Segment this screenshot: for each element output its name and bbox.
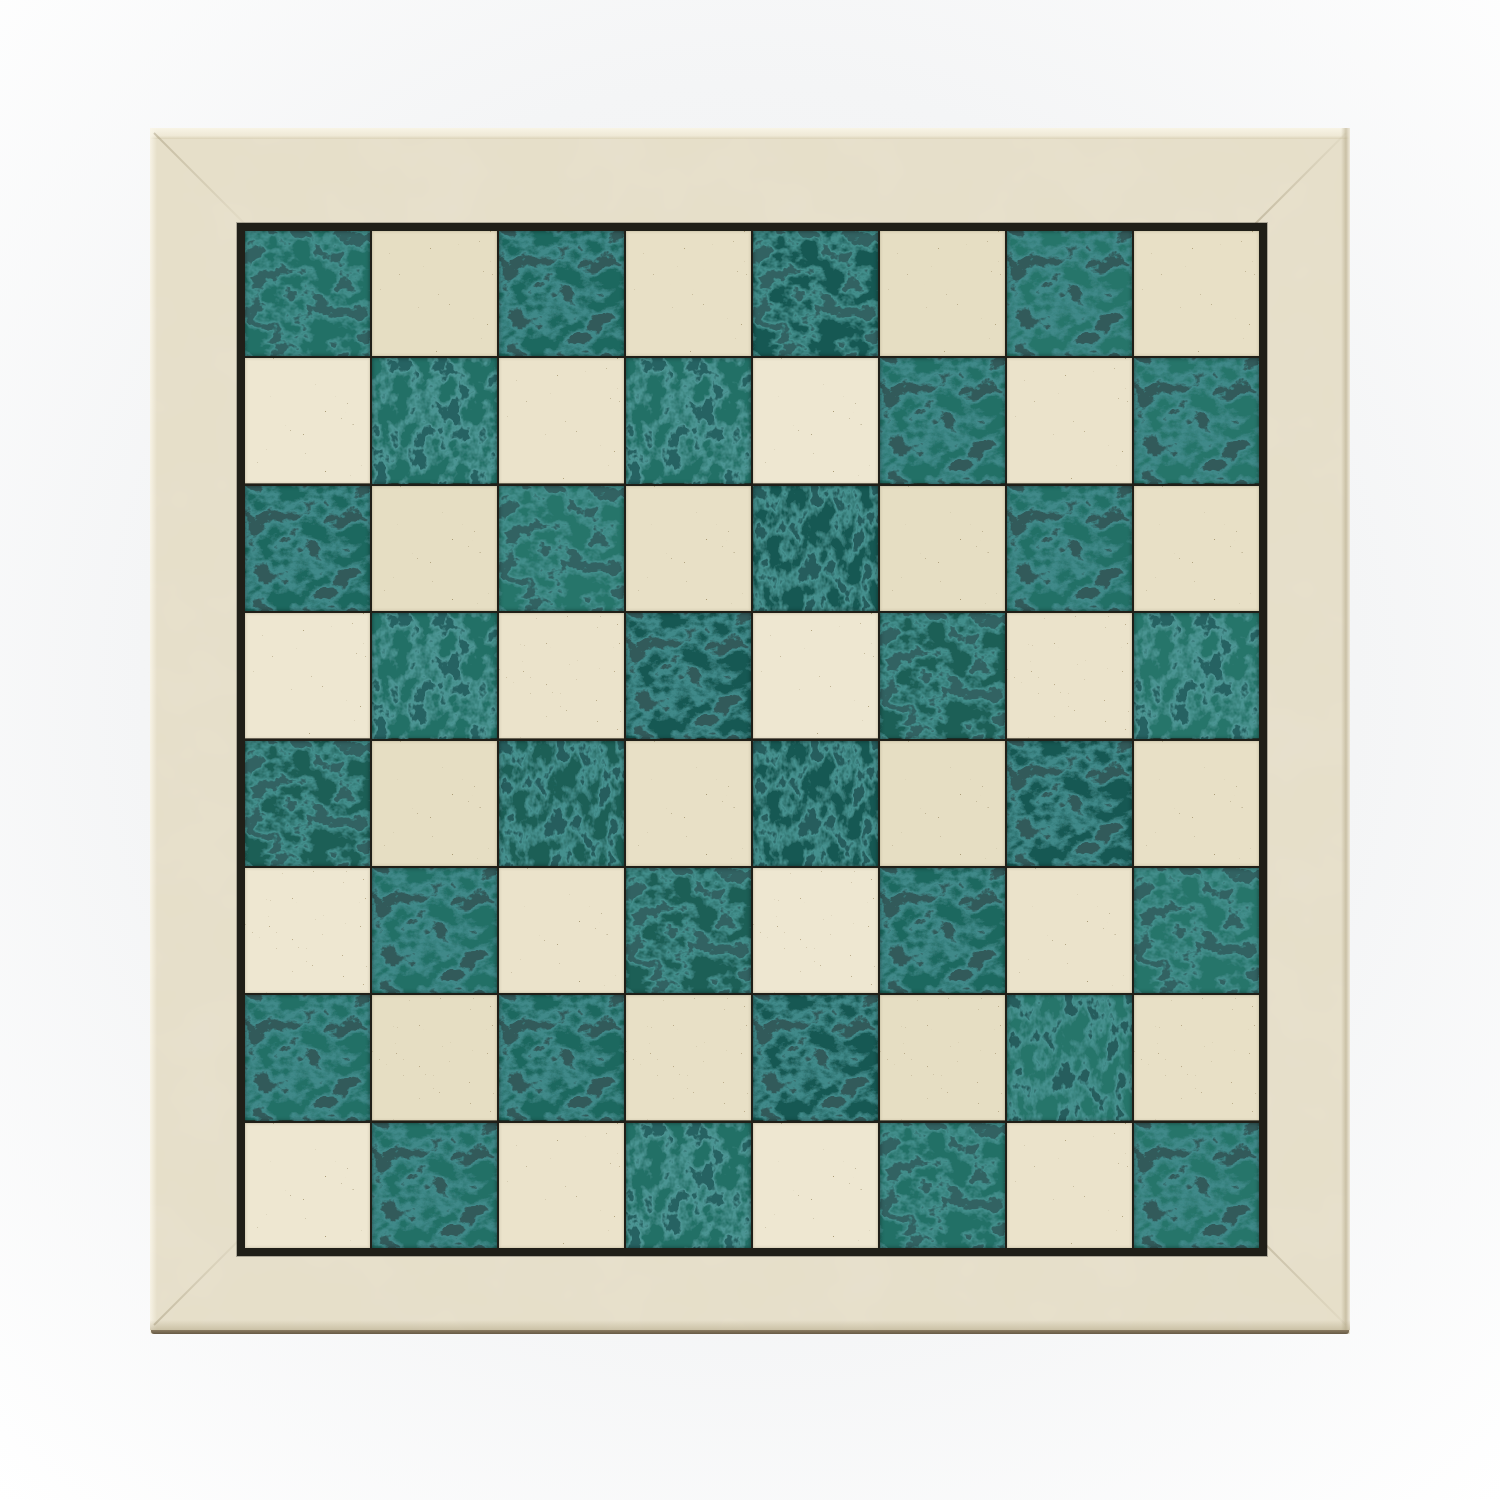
maple-wood-texture [626, 231, 751, 356]
maple-wood-texture [880, 231, 1005, 356]
burl-wood-texture [753, 486, 878, 611]
square-c1[interactable] [499, 1123, 624, 1248]
maple-wood-texture [1134, 995, 1259, 1120]
maple-wood-texture [1007, 358, 1132, 483]
square-a4[interactable] [245, 741, 370, 866]
square-h7[interactable] [1134, 358, 1259, 483]
square-b6[interactable] [372, 486, 497, 611]
square-d7[interactable] [626, 358, 751, 483]
burl-wood-texture [499, 995, 624, 1120]
burl-wood-texture [372, 358, 497, 483]
square-e2[interactable] [753, 995, 878, 1120]
square-c2[interactable] [499, 995, 624, 1120]
maple-wood-texture [245, 868, 370, 993]
burl-wood-texture [626, 358, 751, 483]
maple-wood-texture [499, 1123, 624, 1248]
square-b5[interactable] [372, 613, 497, 738]
maple-wood-texture [753, 613, 878, 738]
burl-wood-texture [880, 358, 1005, 483]
burl-wood-texture [753, 231, 878, 356]
burl-wood-texture [372, 868, 497, 993]
maple-wood-texture [753, 1123, 878, 1248]
burl-wood-texture [753, 995, 878, 1120]
square-d2[interactable] [626, 995, 751, 1120]
burl-wood-texture [626, 1123, 751, 1248]
square-h1[interactable] [1134, 1123, 1259, 1248]
maple-wood-texture [372, 231, 497, 356]
square-b8[interactable] [372, 231, 497, 356]
square-f6[interactable] [880, 486, 1005, 611]
square-a3[interactable] [245, 868, 370, 993]
square-b7[interactable] [372, 358, 497, 483]
square-f3[interactable] [880, 868, 1005, 993]
square-c4[interactable] [499, 741, 624, 866]
maple-wood-texture [499, 868, 624, 993]
maple-wood-texture [499, 613, 624, 738]
chess-board [237, 223, 1267, 1256]
square-g4[interactable] [1007, 741, 1132, 866]
burl-wood-texture [880, 1123, 1005, 1248]
maple-wood-texture [372, 741, 497, 866]
maple-wood-texture [753, 868, 878, 993]
burl-wood-texture [499, 741, 624, 866]
square-h8[interactable] [1134, 231, 1259, 356]
square-a1[interactable] [245, 1123, 370, 1248]
square-f7[interactable] [880, 358, 1005, 483]
burl-wood-texture [1134, 358, 1259, 483]
maple-wood-texture [372, 995, 497, 1120]
maple-wood-texture [245, 613, 370, 738]
burl-wood-texture [1134, 868, 1259, 993]
square-d8[interactable] [626, 231, 751, 356]
burl-wood-texture [245, 995, 370, 1120]
square-h5[interactable] [1134, 613, 1259, 738]
burl-wood-texture [753, 741, 878, 866]
maple-wood-texture [880, 995, 1005, 1120]
maple-wood-texture [626, 486, 751, 611]
maple-wood-texture [1007, 868, 1132, 993]
maple-wood-texture [245, 1123, 370, 1248]
maple-wood-texture [1134, 741, 1259, 866]
square-g8[interactable] [1007, 231, 1132, 356]
burl-wood-texture [880, 613, 1005, 738]
square-f5[interactable] [880, 613, 1005, 738]
burl-wood-texture [499, 231, 624, 356]
burl-wood-texture [1134, 1123, 1259, 1248]
square-b1[interactable] [372, 1123, 497, 1248]
burl-wood-texture [372, 1123, 497, 1248]
square-h2[interactable] [1134, 995, 1259, 1120]
square-g6[interactable] [1007, 486, 1132, 611]
maple-wood-texture [1007, 613, 1132, 738]
maple-wood-texture [1007, 1123, 1132, 1248]
square-f8[interactable] [880, 231, 1005, 356]
square-c7[interactable] [499, 358, 624, 483]
square-f1[interactable] [880, 1123, 1005, 1248]
maple-wood-texture [753, 358, 878, 483]
square-d1[interactable] [626, 1123, 751, 1248]
square-c5[interactable] [499, 613, 624, 738]
square-h6[interactable] [1134, 486, 1259, 611]
square-h3[interactable] [1134, 868, 1259, 993]
maple-wood-texture [245, 358, 370, 483]
square-a7[interactable] [245, 358, 370, 483]
square-a5[interactable] [245, 613, 370, 738]
burl-wood-texture [880, 868, 1005, 993]
square-a6[interactable] [245, 486, 370, 611]
maple-wood-texture [880, 741, 1005, 866]
square-d3[interactable] [626, 868, 751, 993]
maple-wood-texture [626, 741, 751, 866]
burl-wood-texture [499, 486, 624, 611]
square-e5[interactable] [753, 613, 878, 738]
burl-wood-texture [1007, 486, 1132, 611]
square-e6[interactable] [753, 486, 878, 611]
maple-wood-texture [1134, 231, 1259, 356]
square-d6[interactable] [626, 486, 751, 611]
square-d4[interactable] [626, 741, 751, 866]
burl-wood-texture [626, 613, 751, 738]
maple-wood-texture [880, 486, 1005, 611]
square-d5[interactable] [626, 613, 751, 738]
square-h4[interactable] [1134, 741, 1259, 866]
burl-wood-texture [1134, 613, 1259, 738]
page-background [0, 0, 1500, 1500]
maple-wood-texture [626, 995, 751, 1120]
board-bottom-edge [151, 1330, 1349, 1334]
chess-board-product [150, 128, 1350, 1334]
square-a2[interactable] [245, 995, 370, 1120]
maple-wood-texture [372, 486, 497, 611]
burl-wood-texture [245, 486, 370, 611]
square-g1[interactable] [1007, 1123, 1132, 1248]
square-f4[interactable] [880, 741, 1005, 866]
burl-wood-texture [1007, 231, 1132, 356]
square-f2[interactable] [880, 995, 1005, 1120]
square-b3[interactable] [372, 868, 497, 993]
square-g7[interactable] [1007, 358, 1132, 483]
maple-wood-texture [499, 358, 624, 483]
square-g3[interactable] [1007, 868, 1132, 993]
square-e4[interactable] [753, 741, 878, 866]
burl-wood-texture [1007, 741, 1132, 866]
burl-wood-texture [245, 231, 370, 356]
square-e3[interactable] [753, 868, 878, 993]
square-g5[interactable] [1007, 613, 1132, 738]
burl-wood-texture [626, 868, 751, 993]
burl-wood-texture [372, 613, 497, 738]
burl-wood-texture [1007, 995, 1132, 1120]
square-e8[interactable] [753, 231, 878, 356]
maple-wood-texture [1134, 486, 1259, 611]
square-a8[interactable] [245, 231, 370, 356]
square-e1[interactable] [753, 1123, 878, 1248]
square-c3[interactable] [499, 868, 624, 993]
square-c8[interactable] [499, 231, 624, 356]
square-b4[interactable] [372, 741, 497, 866]
square-e7[interactable] [753, 358, 878, 483]
square-c6[interactable] [499, 486, 624, 611]
square-b2[interactable] [372, 995, 497, 1120]
burl-wood-texture [245, 741, 370, 866]
square-g2[interactable] [1007, 995, 1132, 1120]
